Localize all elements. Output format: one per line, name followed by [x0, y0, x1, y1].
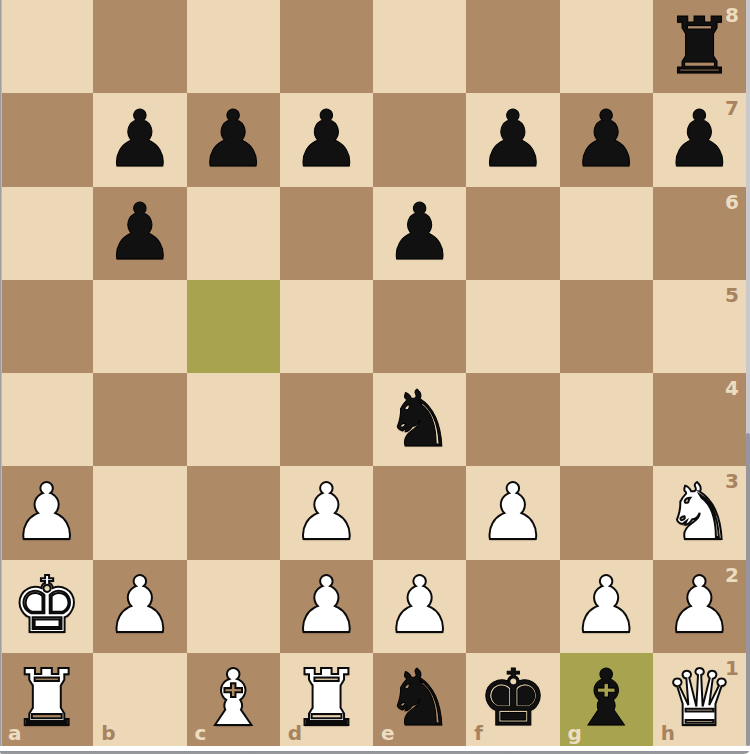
- square-e5[interactable]: [373, 280, 466, 373]
- piece-white-pawn[interactable]: ♟: [664, 566, 734, 644]
- piece-black-pawn[interactable]: ♟: [105, 100, 175, 178]
- piece-black-pawn[interactable]: ♟: [664, 100, 734, 178]
- square-h7[interactable]: ♟7: [653, 93, 746, 186]
- square-d3[interactable]: ♟: [280, 466, 373, 559]
- square-d7[interactable]: ♟: [280, 93, 373, 186]
- square-a2[interactable]: ♚: [0, 560, 93, 653]
- piece-white-pawn[interactable]: ♟: [571, 566, 641, 644]
- square-h3[interactable]: ♞3: [653, 466, 746, 559]
- square-g3[interactable]: [560, 466, 653, 559]
- square-d1[interactable]: ♜d: [280, 653, 373, 746]
- piece-black-pawn[interactable]: ♟: [291, 100, 361, 178]
- piece-white-pawn[interactable]: ♟: [291, 473, 361, 551]
- square-d4[interactable]: [280, 373, 373, 466]
- window-bottom-edge: [0, 746, 750, 754]
- piece-white-pawn[interactable]: ♟: [105, 566, 175, 644]
- square-d6[interactable]: [280, 187, 373, 280]
- piece-black-pawn[interactable]: ♟: [385, 193, 455, 271]
- square-b3[interactable]: [93, 466, 186, 559]
- file-label-f: f: [474, 723, 483, 743]
- square-b1[interactable]: b: [93, 653, 186, 746]
- chess-board: ♜8♟♟♟♟♟♟7♟♟65♞4♟♟♟♞3♚♟♟♟♟♟2♜ab♝c♜d♞e♚f♝g…: [0, 0, 746, 746]
- square-g4[interactable]: [560, 373, 653, 466]
- square-g8[interactable]: [560, 0, 653, 93]
- square-e1[interactable]: ♞e: [373, 653, 466, 746]
- square-b6[interactable]: ♟: [93, 187, 186, 280]
- square-g5[interactable]: [560, 280, 653, 373]
- window-left-edge: [0, 0, 2, 746]
- piece-black-pawn[interactable]: ♟: [478, 100, 548, 178]
- square-f3[interactable]: ♟: [466, 466, 559, 559]
- square-b2[interactable]: ♟: [93, 560, 186, 653]
- piece-black-king[interactable]: ♚: [478, 659, 548, 737]
- file-label-d: d: [288, 723, 302, 743]
- rank-label-2: 2: [725, 565, 739, 585]
- rank-label-7: 7: [725, 98, 739, 118]
- square-a6[interactable]: [0, 187, 93, 280]
- piece-white-bishop[interactable]: ♝: [198, 659, 268, 737]
- square-h4[interactable]: 4: [653, 373, 746, 466]
- square-h5[interactable]: 5: [653, 280, 746, 373]
- square-c8[interactable]: [187, 0, 280, 93]
- rank-label-3: 3: [725, 471, 739, 491]
- right-scrollbar[interactable]: [746, 0, 750, 746]
- square-h1[interactable]: ♛1h: [653, 653, 746, 746]
- square-f2[interactable]: [466, 560, 559, 653]
- square-b7[interactable]: ♟: [93, 93, 186, 186]
- square-f7[interactable]: ♟: [466, 93, 559, 186]
- square-e4[interactable]: ♞: [373, 373, 466, 466]
- square-c6[interactable]: [187, 187, 280, 280]
- file-label-h: h: [661, 723, 675, 743]
- piece-white-king[interactable]: ♚: [12, 566, 82, 644]
- square-g6[interactable]: [560, 187, 653, 280]
- square-a1[interactable]: ♜a: [0, 653, 93, 746]
- square-e3[interactable]: [373, 466, 466, 559]
- square-e7[interactable]: [373, 93, 466, 186]
- piece-white-knight[interactable]: ♞: [664, 473, 734, 551]
- square-c7[interactable]: ♟: [187, 93, 280, 186]
- square-c5[interactable]: [187, 280, 280, 373]
- square-d2[interactable]: ♟: [280, 560, 373, 653]
- piece-white-pawn[interactable]: ♟: [12, 473, 82, 551]
- square-e8[interactable]: [373, 0, 466, 93]
- file-label-b: b: [101, 723, 115, 743]
- file-label-a: a: [8, 723, 22, 743]
- rank-label-4: 4: [725, 378, 739, 398]
- piece-black-rook[interactable]: ♜: [664, 7, 734, 85]
- rank-label-5: 5: [725, 285, 739, 305]
- square-h6[interactable]: 6: [653, 187, 746, 280]
- square-a7[interactable]: [0, 93, 93, 186]
- square-f5[interactable]: [466, 280, 559, 373]
- piece-white-pawn[interactable]: ♟: [478, 473, 548, 551]
- square-d5[interactable]: [280, 280, 373, 373]
- scrollbar-thumb[interactable]: [746, 433, 750, 746]
- rank-label-1: 1: [725, 658, 739, 678]
- square-g1[interactable]: ♝g: [560, 653, 653, 746]
- square-f4[interactable]: [466, 373, 559, 466]
- file-label-c: c: [195, 723, 207, 743]
- square-b8[interactable]: [93, 0, 186, 93]
- square-a5[interactable]: [0, 280, 93, 373]
- square-g7[interactable]: ♟: [560, 93, 653, 186]
- square-c1[interactable]: ♝c: [187, 653, 280, 746]
- piece-white-pawn[interactable]: ♟: [291, 566, 361, 644]
- square-b4[interactable]: [93, 373, 186, 466]
- square-h8[interactable]: ♜8: [653, 0, 746, 93]
- square-a4[interactable]: [0, 373, 93, 466]
- rank-label-8: 8: [725, 5, 739, 25]
- square-b5[interactable]: [93, 280, 186, 373]
- piece-black-knight[interactable]: ♞: [385, 380, 455, 458]
- piece-white-rook[interactable]: ♜: [12, 659, 82, 737]
- square-h2[interactable]: ♟2: [653, 560, 746, 653]
- square-a8[interactable]: [0, 0, 93, 93]
- square-e2[interactable]: ♟: [373, 560, 466, 653]
- square-d8[interactable]: [280, 0, 373, 93]
- square-c2[interactable]: [187, 560, 280, 653]
- square-a3[interactable]: ♟: [0, 466, 93, 559]
- square-g2[interactable]: ♟: [560, 560, 653, 653]
- file-label-e: e: [381, 723, 395, 743]
- piece-black-pawn[interactable]: ♟: [198, 100, 268, 178]
- file-label-g: g: [568, 723, 582, 743]
- square-f6[interactable]: [466, 187, 559, 280]
- square-f1[interactable]: ♚f: [466, 653, 559, 746]
- square-c3[interactable]: [187, 466, 280, 559]
- piece-black-pawn[interactable]: ♟: [571, 100, 641, 178]
- square-e6[interactable]: ♟: [373, 187, 466, 280]
- piece-black-pawn[interactable]: ♟: [105, 193, 175, 271]
- piece-white-pawn[interactable]: ♟: [385, 566, 455, 644]
- rank-label-6: 6: [725, 192, 739, 212]
- square-f8[interactable]: [466, 0, 559, 93]
- piece-black-knight[interactable]: ♞: [385, 659, 455, 737]
- square-c4[interactable]: [187, 373, 280, 466]
